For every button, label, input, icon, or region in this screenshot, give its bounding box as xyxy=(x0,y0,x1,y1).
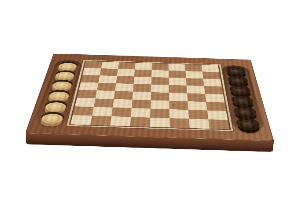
board-square[interactable] xyxy=(169,109,189,119)
board-square[interactable] xyxy=(132,100,151,109)
board-square[interactable] xyxy=(77,90,97,99)
board-square[interactable] xyxy=(75,98,96,107)
light-checker-piece[interactable] xyxy=(44,102,67,112)
tray-recess xyxy=(43,100,68,111)
playing-area xyxy=(70,61,229,129)
tray-slot xyxy=(46,89,72,99)
tray-recess xyxy=(39,111,65,122)
tray-slot xyxy=(53,70,77,79)
board-square[interactable] xyxy=(113,99,133,108)
tray-slot xyxy=(230,95,255,106)
board-square[interactable] xyxy=(90,116,111,126)
piece-tray-left xyxy=(35,60,82,125)
dark-checker-piece[interactable] xyxy=(232,97,254,106)
board-square[interactable] xyxy=(73,106,94,115)
board-square[interactable] xyxy=(207,110,227,120)
tray-slot xyxy=(228,85,253,95)
tray-slot xyxy=(42,100,69,111)
tray-recess xyxy=(231,95,255,105)
board-square[interactable] xyxy=(169,93,188,102)
board-square[interactable] xyxy=(208,119,229,129)
board-square[interactable] xyxy=(150,100,169,109)
tray-recess xyxy=(235,117,260,129)
piece-tray-right xyxy=(222,65,265,131)
tray-slot xyxy=(224,66,247,75)
board-square[interactable] xyxy=(111,107,131,116)
board-square[interactable] xyxy=(150,118,170,128)
board-square[interactable] xyxy=(95,90,115,99)
board-square[interactable] xyxy=(110,116,131,126)
board-square[interactable] xyxy=(94,98,114,107)
board-square[interactable] xyxy=(150,109,169,118)
board-frame xyxy=(25,54,274,141)
board-square[interactable] xyxy=(132,92,151,101)
board-square[interactable] xyxy=(130,117,150,127)
photo-background xyxy=(0,0,300,200)
tray-slot xyxy=(226,75,250,84)
light-checker-piece[interactable] xyxy=(51,81,73,90)
board-square[interactable] xyxy=(205,94,224,103)
dark-checker-piece[interactable] xyxy=(236,119,259,130)
board-square[interactable] xyxy=(188,101,208,110)
board-square[interactable] xyxy=(189,119,210,129)
tray-slot xyxy=(56,61,80,70)
tray-recess xyxy=(47,89,71,99)
tray-recess xyxy=(233,106,257,117)
board-square[interactable] xyxy=(169,101,188,110)
tray-slot xyxy=(232,106,258,117)
board-square[interactable] xyxy=(188,110,208,120)
board-square[interactable] xyxy=(70,115,92,125)
board-square[interactable] xyxy=(92,107,113,116)
tray-slot xyxy=(50,79,75,89)
tray-slot xyxy=(234,117,261,129)
board-square[interactable] xyxy=(170,118,190,128)
light-checker-piece[interactable] xyxy=(40,113,64,124)
board-square[interactable] xyxy=(131,108,151,117)
board-square[interactable] xyxy=(151,92,169,101)
tray-slot xyxy=(38,111,66,123)
light-checker-piece[interactable] xyxy=(48,91,70,100)
board-square[interactable] xyxy=(114,91,133,100)
checkers-board xyxy=(25,54,274,141)
board-square[interactable] xyxy=(187,93,206,102)
dark-checker-piece[interactable] xyxy=(234,108,257,118)
board-square[interactable] xyxy=(206,102,226,111)
